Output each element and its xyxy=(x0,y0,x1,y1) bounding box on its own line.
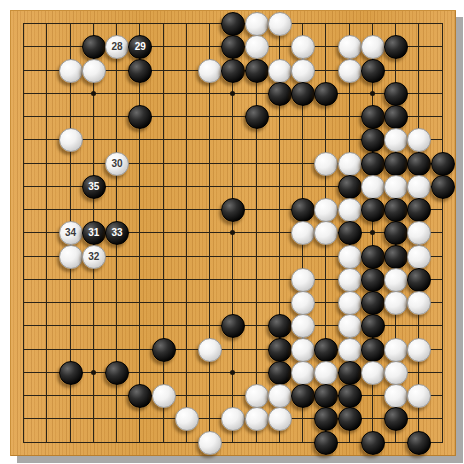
black-stone xyxy=(361,59,385,83)
black-stone xyxy=(291,384,315,408)
white-stone xyxy=(338,268,362,292)
black-stone xyxy=(268,82,292,106)
black-stone xyxy=(338,361,362,385)
black-stone: 33 xyxy=(105,221,129,245)
white-stone xyxy=(268,384,292,408)
black-stone xyxy=(384,221,408,245)
black-stone: 29 xyxy=(128,35,152,59)
white-stone xyxy=(198,338,222,362)
white-stone xyxy=(59,128,83,152)
black-stone xyxy=(384,407,408,431)
black-stone xyxy=(291,82,315,106)
white-stone xyxy=(152,384,176,408)
black-stone xyxy=(314,384,338,408)
white-stone xyxy=(407,245,431,269)
white-stone xyxy=(245,384,269,408)
black-stone xyxy=(128,384,152,408)
white-stone xyxy=(407,175,431,199)
star-point xyxy=(230,230,235,235)
black-stone xyxy=(407,431,431,455)
white-stone xyxy=(291,268,315,292)
white-stone: 30 xyxy=(105,152,129,176)
white-stone xyxy=(384,291,408,315)
black-stone xyxy=(152,338,176,362)
white-stone xyxy=(198,431,222,455)
white-stone xyxy=(198,59,222,83)
go-app-window: 2829303534313332 xyxy=(0,0,464,464)
black-stone xyxy=(431,152,455,176)
white-stone xyxy=(82,59,106,83)
white-stone xyxy=(338,338,362,362)
black-stone xyxy=(431,175,455,199)
black-stone xyxy=(384,82,408,106)
black-stone xyxy=(314,82,338,106)
black-stone xyxy=(314,338,338,362)
black-stone xyxy=(128,105,152,129)
grid-line-vertical xyxy=(256,23,257,443)
white-stone xyxy=(291,291,315,315)
star-point xyxy=(370,230,375,235)
black-stone xyxy=(221,198,245,222)
go-board[interactable]: 2829303534313332 xyxy=(10,10,456,456)
black-stone xyxy=(221,35,245,59)
move-number-label: 32 xyxy=(88,252,99,262)
star-point xyxy=(370,91,375,96)
white-stone xyxy=(361,35,385,59)
move-number-label: 35 xyxy=(88,182,99,192)
white-stone: 32 xyxy=(82,245,106,269)
white-stone xyxy=(268,407,292,431)
white-stone xyxy=(291,338,315,362)
black-stone xyxy=(314,431,338,455)
white-stone xyxy=(384,128,408,152)
black-stone xyxy=(361,268,385,292)
black-stone xyxy=(384,152,408,176)
move-number-label: 28 xyxy=(111,42,122,52)
black-stone xyxy=(245,59,269,83)
black-stone xyxy=(221,12,245,36)
white-stone xyxy=(245,12,269,36)
black-stone xyxy=(361,105,385,129)
black-stone xyxy=(384,105,408,129)
black-stone xyxy=(361,128,385,152)
white-stone xyxy=(268,59,292,83)
black-stone xyxy=(361,431,385,455)
white-stone xyxy=(361,175,385,199)
black-stone xyxy=(361,291,385,315)
black-stone xyxy=(407,152,431,176)
black-stone xyxy=(59,361,83,385)
white-stone: 34 xyxy=(59,221,83,245)
white-stone xyxy=(338,35,362,59)
black-stone xyxy=(361,338,385,362)
black-stone xyxy=(268,314,292,338)
move-number-label: 29 xyxy=(135,42,146,52)
white-stone xyxy=(268,12,292,36)
move-number-label: 33 xyxy=(111,228,122,238)
black-stone xyxy=(128,59,152,83)
black-stone xyxy=(338,407,362,431)
white-stone xyxy=(221,407,245,431)
white-stone xyxy=(407,128,431,152)
black-stone xyxy=(384,245,408,269)
black-stone xyxy=(384,35,408,59)
white-stone xyxy=(338,245,362,269)
move-number-label: 30 xyxy=(111,159,122,169)
white-stone xyxy=(361,361,385,385)
black-stone xyxy=(407,198,431,222)
grid-line-vertical xyxy=(442,23,443,443)
white-stone xyxy=(384,361,408,385)
white-stone xyxy=(384,384,408,408)
white-stone xyxy=(291,35,315,59)
white-stone xyxy=(338,152,362,176)
white-stone xyxy=(245,407,269,431)
black-stone xyxy=(338,175,362,199)
black-stone xyxy=(407,268,431,292)
black-stone xyxy=(361,245,385,269)
black-stone xyxy=(221,59,245,83)
white-stone xyxy=(59,245,83,269)
black-stone xyxy=(361,152,385,176)
white-stone xyxy=(291,59,315,83)
move-number-label: 34 xyxy=(65,228,76,238)
white-stone xyxy=(407,384,431,408)
white-stone xyxy=(338,291,362,315)
grid-line-horizontal xyxy=(23,395,443,396)
black-stone: 31 xyxy=(82,221,106,245)
black-stone xyxy=(384,198,408,222)
white-stone xyxy=(384,268,408,292)
black-stone xyxy=(105,361,129,385)
black-stone xyxy=(268,361,292,385)
white-stone xyxy=(338,314,362,338)
black-stone xyxy=(314,407,338,431)
black-stone xyxy=(268,338,292,362)
white-stone xyxy=(407,291,431,315)
white-stone xyxy=(314,361,338,385)
white-stone xyxy=(338,59,362,83)
black-stone xyxy=(338,221,362,245)
white-stone xyxy=(314,152,338,176)
black-stone xyxy=(221,314,245,338)
white-stone xyxy=(245,35,269,59)
black-stone xyxy=(82,35,106,59)
white-stone xyxy=(175,407,199,431)
white-stone: 28 xyxy=(105,35,129,59)
white-stone xyxy=(291,361,315,385)
black-stone xyxy=(361,198,385,222)
star-point xyxy=(230,370,235,375)
black-stone xyxy=(291,198,315,222)
move-number-label: 31 xyxy=(88,228,99,238)
white-stone xyxy=(338,198,362,222)
black-stone xyxy=(361,314,385,338)
star-point xyxy=(230,91,235,96)
star-point xyxy=(91,370,96,375)
white-stone xyxy=(59,59,83,83)
star-point xyxy=(91,91,96,96)
white-stone xyxy=(291,221,315,245)
black-stone xyxy=(245,105,269,129)
black-stone: 35 xyxy=(82,175,106,199)
white-stone xyxy=(407,221,431,245)
white-stone xyxy=(407,338,431,362)
white-stone xyxy=(291,314,315,338)
white-stone xyxy=(314,198,338,222)
white-stone xyxy=(314,221,338,245)
white-stone xyxy=(384,175,408,199)
white-stone xyxy=(384,338,408,362)
black-stone xyxy=(338,384,362,408)
